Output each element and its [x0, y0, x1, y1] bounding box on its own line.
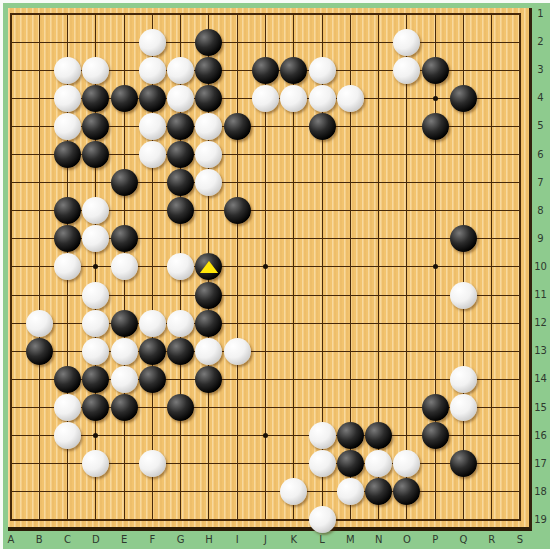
row-label: 16: [531, 429, 550, 443]
row-label: 10: [531, 260, 550, 274]
stone-black[interactable]: [139, 85, 166, 112]
stone-white[interactable]: [309, 506, 336, 533]
stone-black[interactable]: [337, 450, 364, 477]
last-move-marker: [200, 261, 218, 273]
stone-white[interactable]: [54, 85, 81, 112]
stone-black[interactable]: [337, 422, 364, 449]
column-label: Q: [453, 532, 473, 548]
row-label: 15: [531, 401, 550, 415]
stone-white[interactable]: [309, 450, 336, 477]
stone-white[interactable]: [111, 253, 138, 280]
column-label: C: [58, 532, 78, 548]
column-label: R: [482, 532, 502, 548]
stone-white[interactable]: [82, 310, 109, 337]
column-label: N: [369, 532, 389, 548]
row-label: 3: [531, 63, 550, 77]
stone-black[interactable]: [224, 113, 251, 140]
column-label: H: [199, 532, 219, 548]
stone-black[interactable]: [309, 113, 336, 140]
stone-black[interactable]: [54, 366, 81, 393]
stone-white[interactable]: [167, 85, 194, 112]
column-label: P: [425, 532, 445, 548]
stone-black[interactable]: [422, 422, 449, 449]
column-label: S: [510, 532, 530, 548]
grid-line-horizontal: [10, 491, 521, 492]
stone-white[interactable]: [309, 422, 336, 449]
stone-black[interactable]: [82, 85, 109, 112]
stone-black[interactable]: [195, 310, 222, 337]
stone-white[interactable]: [26, 310, 53, 337]
grid-line-vertical: [519, 13, 521, 521]
stone-white[interactable]: [54, 394, 81, 421]
column-label: A: [1, 532, 21, 548]
grid-line-vertical: [491, 13, 492, 521]
stone-black[interactable]: [111, 310, 138, 337]
column-label: O: [397, 532, 417, 548]
stone-black[interactable]: [280, 57, 307, 84]
stone-black[interactable]: [111, 394, 138, 421]
stone-white[interactable]: [309, 57, 336, 84]
column-label: E: [114, 532, 134, 548]
column-label: I: [227, 532, 247, 548]
stone-white[interactable]: [111, 366, 138, 393]
row-label: 8: [531, 204, 550, 218]
stone-white[interactable]: [139, 57, 166, 84]
go-board-diagram: ABCDEFGHIJKLMNOPQRS123456789101112131415…: [0, 0, 550, 549]
stone-white[interactable]: [82, 338, 109, 365]
stone-white[interactable]: [54, 57, 81, 84]
outer-edge-top: [0, 0, 550, 3]
stone-white[interactable]: [139, 113, 166, 140]
grid-line-vertical: [406, 13, 407, 521]
column-label: J: [256, 532, 276, 548]
row-label: 9: [531, 232, 550, 246]
stone-white[interactable]: [450, 282, 477, 309]
column-label: M: [340, 532, 360, 548]
row-label: 5: [531, 119, 550, 133]
stone-white[interactable]: [167, 57, 194, 84]
stone-white[interactable]: [111, 338, 138, 365]
column-label: K: [284, 532, 304, 548]
column-label: G: [171, 532, 191, 548]
stone-white[interactable]: [139, 29, 166, 56]
column-label: D: [86, 532, 106, 548]
stone-white[interactable]: [393, 29, 420, 56]
stone-black[interactable]: [167, 113, 194, 140]
row-label: 6: [531, 148, 550, 162]
grid-line-horizontal: [10, 519, 521, 521]
stone-black[interactable]: [450, 85, 477, 112]
stone-white[interactable]: [54, 422, 81, 449]
stone-white[interactable]: [450, 394, 477, 421]
column-label: L: [312, 532, 332, 548]
stone-black[interactable]: [139, 338, 166, 365]
row-label: 11: [531, 288, 550, 302]
column-label: B: [29, 532, 49, 548]
stone-black[interactable]: [252, 57, 279, 84]
stone-white[interactable]: [337, 85, 364, 112]
row-label: 17: [531, 457, 550, 471]
stone-white[interactable]: [82, 57, 109, 84]
stone-white[interactable]: [224, 338, 251, 365]
stone-black[interactable]: [139, 366, 166, 393]
row-label: 7: [531, 176, 550, 190]
row-label: 4: [531, 91, 550, 105]
stone-black[interactable]: [26, 338, 53, 365]
stone-black[interactable]: [167, 394, 194, 421]
stone-white[interactable]: [309, 85, 336, 112]
row-label: 13: [531, 344, 550, 358]
stone-black[interactable]: [195, 57, 222, 84]
outer-edge-left: [0, 0, 3, 549]
stone-white[interactable]: [54, 113, 81, 140]
stone-black[interactable]: [224, 197, 251, 224]
row-label: 18: [531, 485, 550, 499]
row-label: 12: [531, 316, 550, 330]
stone-white[interactable]: [139, 450, 166, 477]
column-label: F: [142, 532, 162, 548]
row-label: 1: [531, 7, 550, 21]
stone-black[interactable]: [195, 282, 222, 309]
row-label: 2: [531, 35, 550, 49]
stone-black[interactable]: [167, 338, 194, 365]
stone-white[interactable]: [139, 310, 166, 337]
row-label: 19: [531, 513, 550, 527]
stone-white[interactable]: [252, 85, 279, 112]
row-label: 14: [531, 372, 550, 386]
stone-black[interactable]: [111, 169, 138, 196]
stone-black[interactable]: [54, 141, 81, 168]
stone-black[interactable]: [422, 57, 449, 84]
stone-black[interactable]: [111, 225, 138, 252]
stone-white[interactable]: [167, 310, 194, 337]
stone-white[interactable]: [280, 85, 307, 112]
stone-black[interactable]: [422, 113, 449, 140]
stone-black[interactable]: [111, 85, 138, 112]
stone-white[interactable]: [393, 57, 420, 84]
stone-white[interactable]: [82, 282, 109, 309]
star-point: [433, 96, 438, 101]
stone-white[interactable]: [450, 366, 477, 393]
stone-black[interactable]: [195, 29, 222, 56]
stone-black[interactable]: [422, 394, 449, 421]
stone-white[interactable]: [139, 141, 166, 168]
